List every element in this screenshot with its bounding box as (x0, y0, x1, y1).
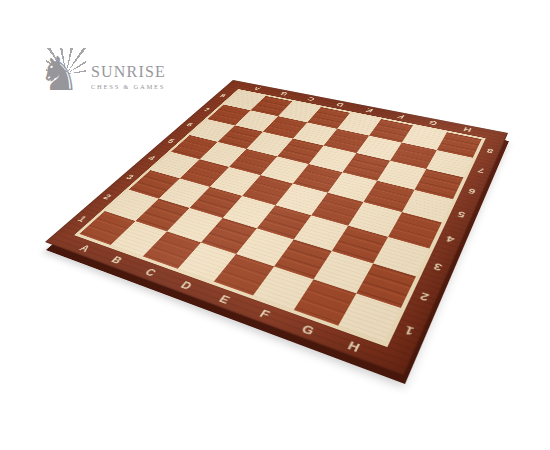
scene: ♞ SUNRISE CHESS & GAMES ABCDEFGH ABCDEFG… (0, 0, 550, 450)
playing-field (74, 89, 486, 347)
brand-tagline: CHESS & GAMES (91, 83, 166, 90)
brand-name: SUNRISE (91, 64, 166, 81)
sunrise-logo: ♞ SUNRISE CHESS & GAMES (38, 52, 166, 102)
knight-glyph: ♞ (38, 50, 80, 97)
logo-text: SUNRISE CHESS & GAMES (91, 64, 166, 90)
knight-icon: ♞ (38, 52, 84, 102)
